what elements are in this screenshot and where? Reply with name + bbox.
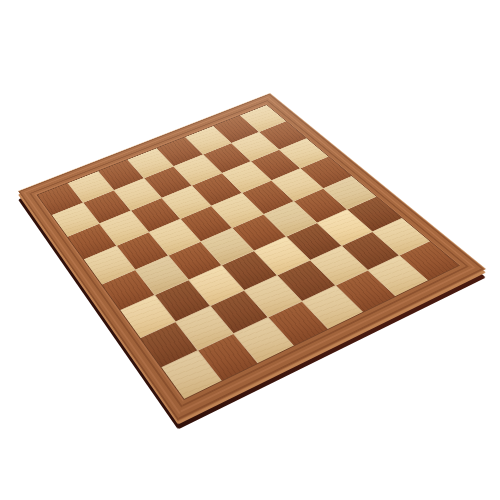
product-photo (0, 0, 500, 500)
chess-board (18, 93, 486, 421)
playing-area (38, 105, 459, 399)
